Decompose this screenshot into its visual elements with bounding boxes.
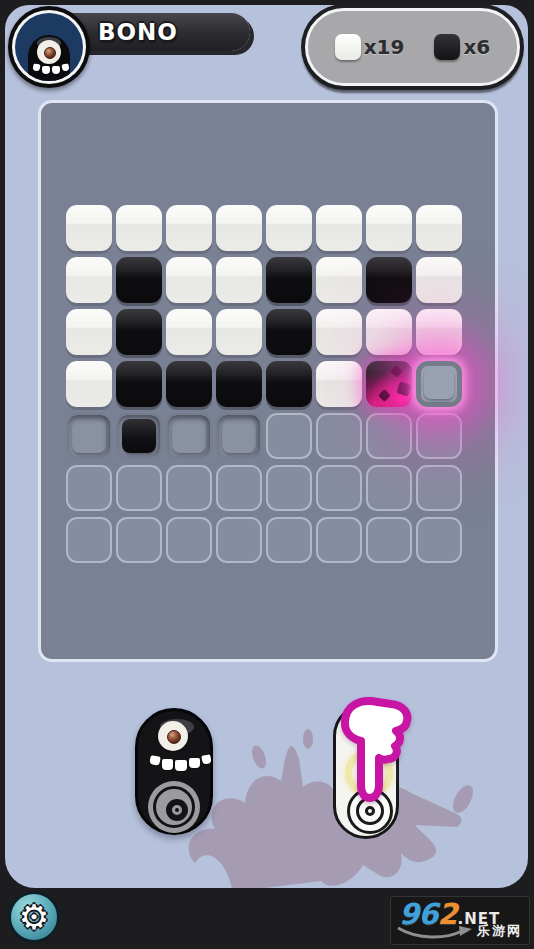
board-cell-r5c7[interactable]: [366, 413, 412, 459]
burst-particle: [390, 365, 403, 378]
board-cell-r1c3[interactable]: [166, 205, 212, 251]
puzzle-board: [38, 100, 498, 662]
white-tile-count: x19: [364, 35, 405, 59]
board-cell-r4c2[interactable]: [116, 361, 162, 407]
burst-particle: [378, 389, 391, 402]
gear-icon: ⚙: [19, 900, 49, 934]
board-cell-r2c3[interactable]: [166, 257, 212, 303]
play-area: [5, 5, 528, 888]
white-tile-counter: x19: [335, 34, 405, 60]
board-cell-r6c4[interactable]: [216, 465, 262, 511]
board-cell-r6c8[interactable]: [416, 465, 462, 511]
game-screen: BONO x19 x6 ⚙: [0, 0, 534, 949]
board-cell-r6c2[interactable]: [116, 465, 162, 511]
board-cell-r2c7[interactable]: [366, 257, 412, 303]
black-tile-icon: [434, 34, 460, 60]
board-cell-r4c3[interactable]: [166, 361, 212, 407]
small-white-tile: [72, 419, 106, 453]
black-tile-count: x6: [463, 35, 490, 59]
board-cell-r2c4[interactable]: [216, 257, 262, 303]
board-cell-r4c8[interactable]: [416, 361, 462, 407]
board-cell-r1c5[interactable]: [266, 205, 312, 251]
small-white-tile: [222, 419, 256, 453]
board-cell-r5c3[interactable]: [166, 413, 212, 459]
monster-grin: [150, 755, 211, 766]
board-cell-r7c1[interactable]: [66, 517, 112, 563]
board-cell-r2c2[interactable]: [116, 257, 162, 303]
board-cell-r6c1[interactable]: [66, 465, 112, 511]
settings-button[interactable]: ⚙: [8, 891, 60, 943]
board-cell-r2c6[interactable]: [316, 257, 362, 303]
monster-eye: [158, 721, 188, 751]
tile-inventory-panel: x19 x6: [305, 8, 520, 86]
board-cell-r1c8[interactable]: [416, 205, 462, 251]
monster-pupil: [167, 730, 181, 744]
board-cell-r1c6[interactable]: [316, 205, 362, 251]
watermark-cn: 乐游网: [477, 922, 522, 940]
board-cell-r3c3[interactable]: [166, 309, 212, 355]
board-cell-r7c3[interactable]: [166, 517, 212, 563]
board-cell-r1c7[interactable]: [366, 205, 412, 251]
board-cell-r5c1[interactable]: [66, 413, 112, 459]
board-cell-r7c7[interactable]: [366, 517, 412, 563]
board-cell-r6c6[interactable]: [316, 465, 362, 511]
board-cell-r3c2[interactable]: [116, 309, 162, 355]
board-cell-r2c8[interactable]: [416, 257, 462, 303]
board-cell-r3c7[interactable]: [366, 309, 412, 355]
hand-cursor-icon: [329, 689, 413, 803]
board-cell-r3c6[interactable]: [316, 309, 362, 355]
black-capsule-speaker: [148, 781, 200, 833]
small-white-tile: [424, 369, 454, 399]
player-avatar[interactable]: [8, 6, 90, 88]
board-cell-r6c7[interactable]: [366, 465, 412, 511]
small-white-tile: [172, 419, 206, 453]
board-cell-r7c8[interactable]: [416, 517, 462, 563]
board-cell-r1c1[interactable]: [66, 205, 112, 251]
board-cell-r4c6[interactable]: [316, 361, 362, 407]
burst-particle: [396, 381, 411, 396]
board-cell-r6c3[interactable]: [166, 465, 212, 511]
board-cell-r1c4[interactable]: [216, 205, 262, 251]
board-cell-r7c6[interactable]: [316, 517, 362, 563]
board-cell-r3c4[interactable]: [216, 309, 262, 355]
board-cell-r4c1[interactable]: [66, 361, 112, 407]
board-cell-r4c7[interactable]: [366, 361, 412, 407]
white-tile-icon: [335, 34, 361, 60]
board-cell-r5c4[interactable]: [216, 413, 262, 459]
board-cell-r7c4[interactable]: [216, 517, 262, 563]
black-tile-counter: x6: [434, 34, 490, 60]
board-cell-r5c2[interactable]: [116, 413, 162, 459]
avatar-monster-face: [15, 13, 83, 81]
board-cell-r1c2[interactable]: [116, 205, 162, 251]
watermark-962net: 9 6 2 .NET 乐游网: [390, 896, 530, 945]
board-cell-r7c2[interactable]: [116, 517, 162, 563]
board-cell-r4c5[interactable]: [266, 361, 312, 407]
small-black-tile: [122, 419, 156, 453]
board-cell-r3c8[interactable]: [416, 309, 462, 355]
watermark-swoosh-icon: [396, 925, 474, 941]
board-cell-r2c5[interactable]: [266, 257, 312, 303]
board-grid: [66, 205, 462, 563]
board-cell-r5c5[interactable]: [266, 413, 312, 459]
board-cell-r7c5[interactable]: [266, 517, 312, 563]
board-cell-r3c5[interactable]: [266, 309, 312, 355]
black-tile-dispenser[interactable]: [135, 708, 213, 835]
board-cell-r5c6[interactable]: [316, 413, 362, 459]
player-name: BONO: [98, 19, 178, 45]
board-cell-r6c5[interactable]: [266, 465, 312, 511]
board-cell-r4c4[interactable]: [216, 361, 262, 407]
board-cell-r2c1[interactable]: [66, 257, 112, 303]
board-cell-r5c8[interactable]: [416, 413, 462, 459]
board-cell-r3c1[interactable]: [66, 309, 112, 355]
